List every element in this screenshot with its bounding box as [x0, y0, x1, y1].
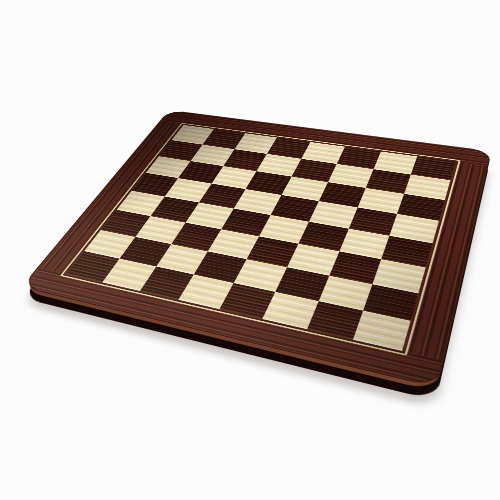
photo-canvas — [0, 0, 500, 500]
